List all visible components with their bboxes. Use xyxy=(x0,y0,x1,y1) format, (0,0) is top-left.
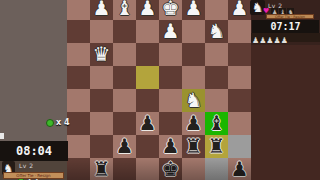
square-r3c6[interactable] xyxy=(205,66,228,89)
square-r4c0[interactable] xyxy=(67,89,90,112)
square-r5c4[interactable] xyxy=(159,112,182,135)
square-r1c5[interactable] xyxy=(182,20,205,43)
square-r5c7[interactable] xyxy=(228,112,251,135)
white-pawn: ♟ xyxy=(136,0,159,20)
square-r0c6[interactable] xyxy=(205,0,228,20)
square-r0c7[interactable]: ♟ xyxy=(228,0,251,20)
opponent-status-bar[interactable]: Offer Tie · Resign xyxy=(266,14,314,19)
white-bishop: ♝ xyxy=(113,0,136,20)
square-r0c3[interactable]: ♟ xyxy=(136,0,159,20)
square-r7c5[interactable] xyxy=(182,158,205,180)
opponent-status-label: Offer Tie · Resign xyxy=(275,15,305,19)
square-r5c0[interactable] xyxy=(67,112,90,135)
square-r7c3[interactable] xyxy=(136,158,159,180)
square-r3c2[interactable] xyxy=(113,66,136,89)
square-r6c7[interactable] xyxy=(228,135,251,158)
square-r2c3[interactable] xyxy=(136,43,159,66)
score-badge-label: x 4 xyxy=(56,118,70,127)
square-r3c4[interactable] xyxy=(159,66,182,89)
right-player-panel: ♞ Lv 2 ♥ ♟♝♞ Offer Tie · Resign 07:17 ♟♟… xyxy=(251,0,320,180)
square-r5c1[interactable] xyxy=(90,112,113,135)
square-r0c0[interactable] xyxy=(67,0,90,20)
square-r4c3[interactable] xyxy=(136,89,159,112)
square-r2c5[interactable] xyxy=(182,43,205,66)
square-r2c4[interactable] xyxy=(159,43,182,66)
white-pawn: ♟ xyxy=(159,20,182,43)
square-r6c0[interactable] xyxy=(67,135,90,158)
white-pawn: ♟ xyxy=(228,0,251,20)
left-player-panel: 08:04 ♞ Lv 2 ♟♟ Offer Tie · Resign xyxy=(0,0,67,180)
top-captured-pieces: ♟♟♟♟♟ xyxy=(252,28,288,47)
square-r4c4[interactable] xyxy=(159,89,182,112)
square-r2c6[interactable] xyxy=(205,43,228,66)
square-r0c2[interactable]: ♝ xyxy=(113,0,136,20)
edge-chip xyxy=(0,133,4,139)
captured-pawn-icon: ♟ xyxy=(274,36,281,45)
square-r0c5[interactable]: ♟ xyxy=(182,0,205,20)
black-pawn: ♟ xyxy=(136,112,159,135)
square-r7c1[interactable]: ♜ xyxy=(90,158,113,180)
square-r6c1[interactable] xyxy=(90,135,113,158)
captured-pawn-icon: ♟ xyxy=(281,36,288,45)
square-r3c5[interactable] xyxy=(182,66,205,89)
bottom-player-name: Lv 2 xyxy=(19,162,34,169)
square-r4c2[interactable] xyxy=(113,89,136,112)
square-r2c7[interactable] xyxy=(228,43,251,66)
square-r3c0[interactable] xyxy=(67,66,90,89)
square-r3c7[interactable] xyxy=(228,66,251,89)
black-pawn: ♟ xyxy=(228,158,251,180)
black-pawn: ♟ xyxy=(159,135,182,158)
square-r5c3[interactable]: ♟ xyxy=(136,112,159,135)
white-knight: ♞ xyxy=(205,20,228,43)
white-pawn: ♟ xyxy=(182,0,205,20)
black-rook: ♜ xyxy=(205,135,228,158)
white-king: ♚ xyxy=(159,0,182,20)
square-r7c0[interactable] xyxy=(67,158,90,180)
chess-board: ♟♝♟♚♟♟♟♞♛♞♟♟♝♟♟♜♜♜♚♟ xyxy=(67,0,251,180)
square-r1c2[interactable] xyxy=(113,20,136,43)
top-captured-strip: ♟♟♟♟♟ xyxy=(251,33,320,42)
square-r3c1[interactable] xyxy=(90,66,113,89)
white-pawn: ♟ xyxy=(90,0,113,20)
green-dot-icon xyxy=(46,119,54,127)
square-r6c3[interactable] xyxy=(136,135,159,158)
score-badge: x 4 xyxy=(46,118,70,127)
square-r0c4[interactable]: ♚ xyxy=(159,0,182,20)
square-r5c5[interactable]: ♟ xyxy=(182,112,205,135)
square-r4c5[interactable]: ♞ xyxy=(182,89,205,112)
square-r6c2[interactable]: ♟ xyxy=(113,135,136,158)
bottom-clock-time: 08:04 xyxy=(16,144,52,158)
square-r1c3[interactable] xyxy=(136,20,159,43)
square-r0c1[interactable]: ♟ xyxy=(90,0,113,20)
square-r1c1[interactable] xyxy=(90,20,113,43)
black-pawn: ♟ xyxy=(113,135,136,158)
square-r6c6[interactable]: ♜ xyxy=(205,135,228,158)
square-r5c6[interactable]: ♝ xyxy=(205,112,228,135)
square-r7c2[interactable] xyxy=(113,158,136,180)
square-r6c4[interactable]: ♟ xyxy=(159,135,182,158)
square-r4c6[interactable] xyxy=(205,89,228,112)
black-bishop: ♝ xyxy=(205,112,228,135)
black-pawn: ♟ xyxy=(182,112,205,135)
square-r1c7[interactable] xyxy=(228,20,251,43)
black-king: ♚ xyxy=(159,158,182,180)
square-r4c1[interactable] xyxy=(90,89,113,112)
square-r2c1[interactable]: ♛ xyxy=(90,43,113,66)
square-r1c6[interactable]: ♞ xyxy=(205,20,228,43)
action-bar-label: Offer Tie · Resign xyxy=(16,173,50,178)
action-bar-button[interactable]: Offer Tie · Resign xyxy=(3,172,64,179)
black-rook: ♜ xyxy=(90,158,113,180)
knight-avatar-icon: ♞ xyxy=(252,1,264,14)
bottom-player-clock: 08:04 xyxy=(0,141,68,161)
square-r5c2[interactable] xyxy=(113,112,136,135)
black-rook: ♜ xyxy=(182,135,205,158)
square-r4c7[interactable] xyxy=(228,89,251,112)
square-r6c5[interactable]: ♜ xyxy=(182,135,205,158)
square-r1c0[interactable] xyxy=(67,20,90,43)
captured-pawn-icon: ♟ xyxy=(266,36,273,45)
square-r7c4[interactable]: ♚ xyxy=(159,158,182,180)
square-r2c0[interactable] xyxy=(67,43,90,66)
square-r1c4[interactable]: ♟ xyxy=(159,20,182,43)
square-r7c6[interactable] xyxy=(205,158,228,180)
white-knight: ♞ xyxy=(182,89,205,112)
square-r2c2[interactable] xyxy=(113,43,136,66)
square-r3c3[interactable] xyxy=(136,66,159,89)
square-r7c7[interactable]: ♟ xyxy=(228,158,251,180)
white-queen: ♛ xyxy=(90,43,113,66)
